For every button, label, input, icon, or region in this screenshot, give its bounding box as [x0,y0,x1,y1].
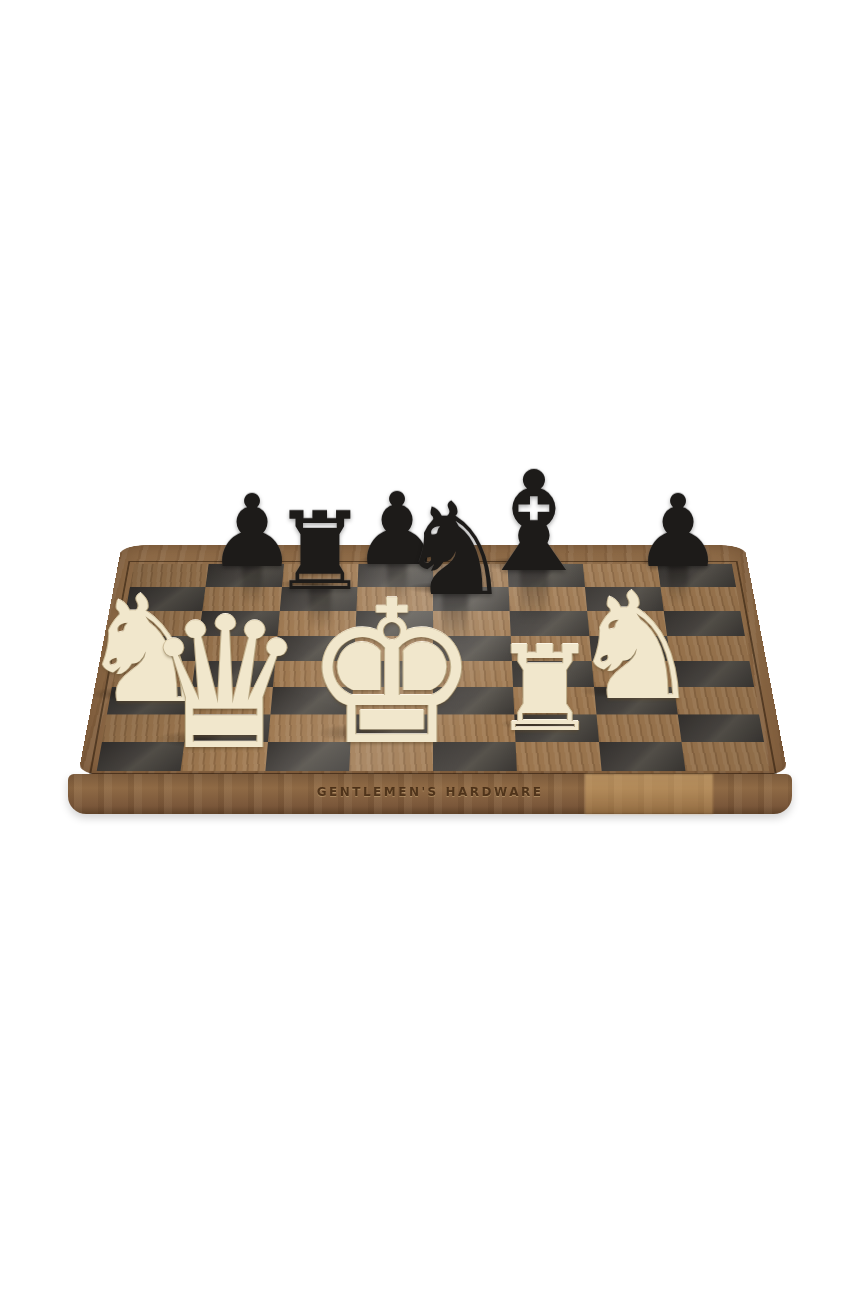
square-h1[interactable] [681,742,769,771]
product-photo-scene: GENTLEMEN'S HARDWARE ♟♜♟♞♝♟♞♛♚♜♞ [0,0,855,1290]
white-knight-g3[interactable]: ♞ [562,573,710,721]
white-queen-b2[interactable]: ♛ [134,593,316,775]
white-king-d2[interactable]: ♚ [293,575,491,773]
square-g1[interactable] [599,742,686,771]
